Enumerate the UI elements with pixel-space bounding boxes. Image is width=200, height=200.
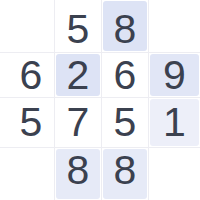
cell-r1-c0[interactable]: 6 [0, 53, 54, 97]
cell-number: 8 [67, 150, 90, 191]
cell-r0-c2[interactable]: 8 [102, 0, 148, 52]
cell-r0-c0 [0, 0, 54, 52]
cell-number: 6 [20, 55, 43, 96]
cell-number: 5 [67, 9, 90, 50]
cell-r3-c3 [149, 148, 200, 200]
cell-number: 5 [114, 102, 137, 143]
cell-number: 8 [114, 9, 137, 50]
cell-number: 2 [67, 55, 90, 96]
cell-r2-c3[interactable]: 1 [149, 98, 200, 147]
cell-r1-c3[interactable]: 9 [149, 53, 200, 97]
cell-highlight [1, 149, 53, 199]
cell-number: 7 [67, 102, 90, 143]
cell-r2-c2[interactable]: 5 [102, 98, 148, 147]
cell-r3-c0 [0, 148, 54, 200]
cell-number: 8 [114, 150, 137, 191]
cell-highlight [150, 1, 199, 51]
cell-r0-c1[interactable]: 5 [55, 0, 101, 52]
number-grid: 5 8 6 2 6 9 5 7 5 1 [0, 0, 200, 200]
cell-highlight [150, 149, 199, 199]
cell-r1-c1[interactable]: 2 [55, 53, 101, 97]
cell-number: 1 [163, 102, 186, 143]
cell-highlight [1, 1, 53, 51]
cell-number: 6 [114, 55, 137, 96]
cell-r1-c2[interactable]: 6 [102, 53, 148, 97]
cell-number: 9 [163, 55, 186, 96]
cell-number: 5 [20, 102, 43, 143]
cell-r3-c1[interactable]: 8 [55, 148, 101, 200]
cell-r2-c0[interactable]: 5 [0, 98, 54, 147]
cell-r2-c1[interactable]: 7 [55, 98, 101, 147]
cell-r3-c2[interactable]: 8 [102, 148, 148, 200]
cell-r0-c3 [149, 0, 200, 52]
